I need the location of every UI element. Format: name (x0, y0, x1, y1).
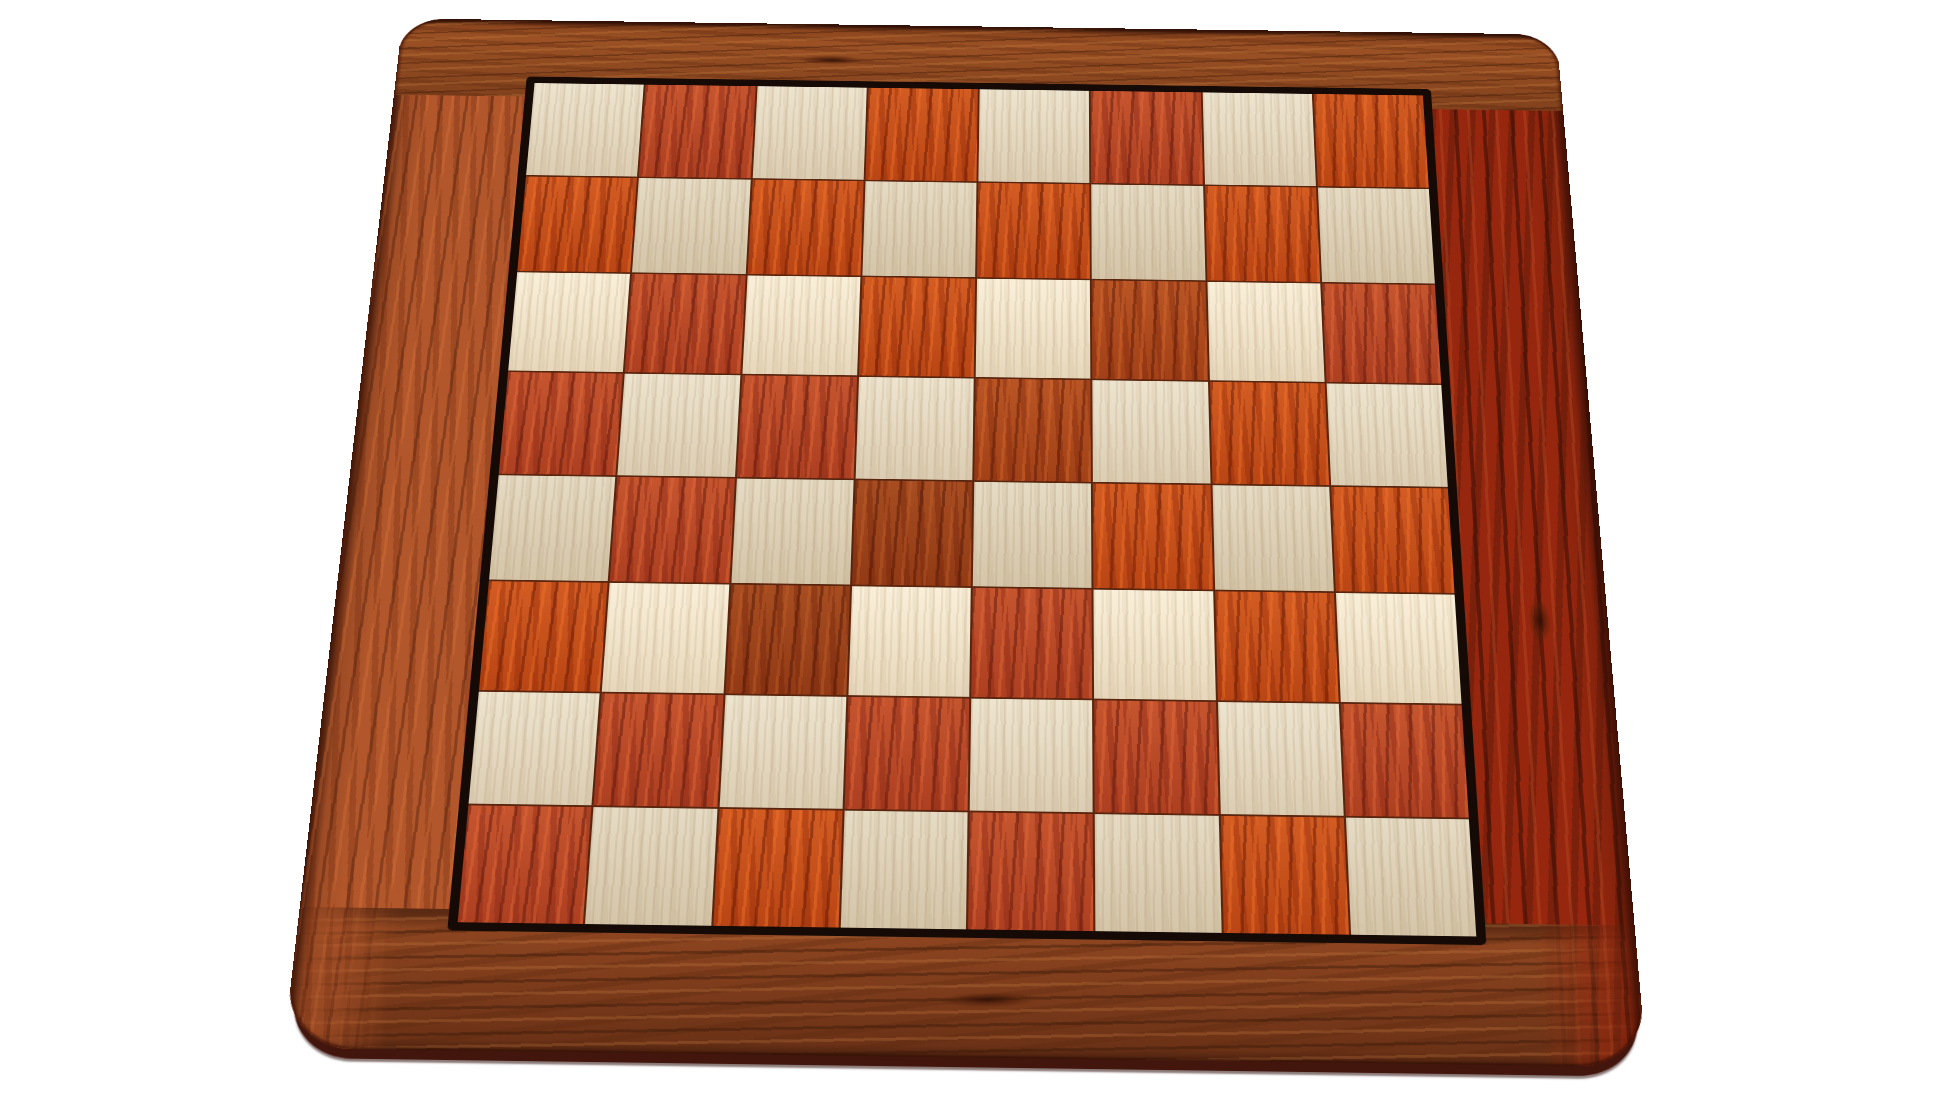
square-g5 (1209, 382, 1328, 485)
square-c5 (737, 375, 857, 478)
square-d3 (848, 586, 971, 696)
square-b1 (585, 807, 717, 925)
square-d7 (862, 181, 976, 277)
square-e4 (973, 481, 1092, 588)
square-a8 (526, 83, 644, 176)
playing-field (458, 83, 1477, 936)
square-f6 (1092, 280, 1207, 380)
square-a7 (517, 176, 637, 272)
square-e6 (976, 279, 1091, 379)
square-c7 (747, 179, 863, 275)
square-a6 (508, 272, 630, 372)
square-g2 (1217, 702, 1343, 816)
square-d8 (865, 88, 977, 181)
square-h4 (1331, 486, 1455, 593)
square-e5 (974, 378, 1091, 481)
square-c8 (752, 86, 866, 179)
square-a1 (458, 806, 592, 924)
square-g4 (1212, 485, 1334, 592)
square-c4 (731, 478, 853, 584)
square-c6 (742, 276, 860, 376)
square-d5 (855, 377, 973, 480)
square-b8 (639, 85, 755, 178)
square-f1 (1095, 814, 1221, 932)
square-h6 (1322, 284, 1441, 384)
square-h5 (1326, 383, 1447, 486)
square-g1 (1220, 816, 1348, 934)
square-d1 (840, 811, 967, 929)
square-e3 (971, 588, 1092, 698)
square-b4 (610, 476, 734, 582)
square-d6 (859, 277, 975, 377)
square-c1 (713, 809, 842, 927)
square-f8 (1091, 91, 1203, 184)
square-b2 (594, 693, 723, 807)
square-f2 (1094, 700, 1218, 814)
square-g7 (1205, 186, 1320, 282)
square-f3 (1094, 590, 1216, 700)
square-a4 (489, 475, 615, 581)
square-h8 (1314, 94, 1429, 187)
square-b3 (602, 583, 729, 693)
square-c3 (725, 585, 850, 695)
chess-board (283, 18, 1647, 1067)
square-g6 (1207, 282, 1324, 382)
square-b6 (625, 274, 745, 374)
square-e8 (978, 89, 1089, 182)
inlay-trim-border (447, 77, 1486, 946)
square-d4 (852, 480, 972, 587)
square-a5 (499, 372, 623, 475)
square-b7 (632, 178, 750, 274)
square-f7 (1091, 184, 1205, 280)
square-a3 (479, 581, 608, 691)
square-h1 (1346, 818, 1477, 937)
square-c2 (719, 695, 846, 809)
square-e2 (970, 698, 1093, 812)
square-d2 (844, 697, 969, 811)
square-e7 (977, 183, 1090, 279)
square-g8 (1202, 92, 1315, 185)
square-f4 (1093, 483, 1212, 590)
square-a2 (469, 692, 600, 806)
square-f5 (1093, 380, 1210, 483)
square-h7 (1318, 187, 1435, 283)
product-photo-canvas (0, 0, 1946, 1095)
square-h2 (1341, 704, 1469, 818)
square-e1 (968, 813, 1093, 931)
square-b5 (618, 374, 740, 477)
square-g3 (1215, 591, 1339, 701)
square-h3 (1336, 593, 1462, 703)
